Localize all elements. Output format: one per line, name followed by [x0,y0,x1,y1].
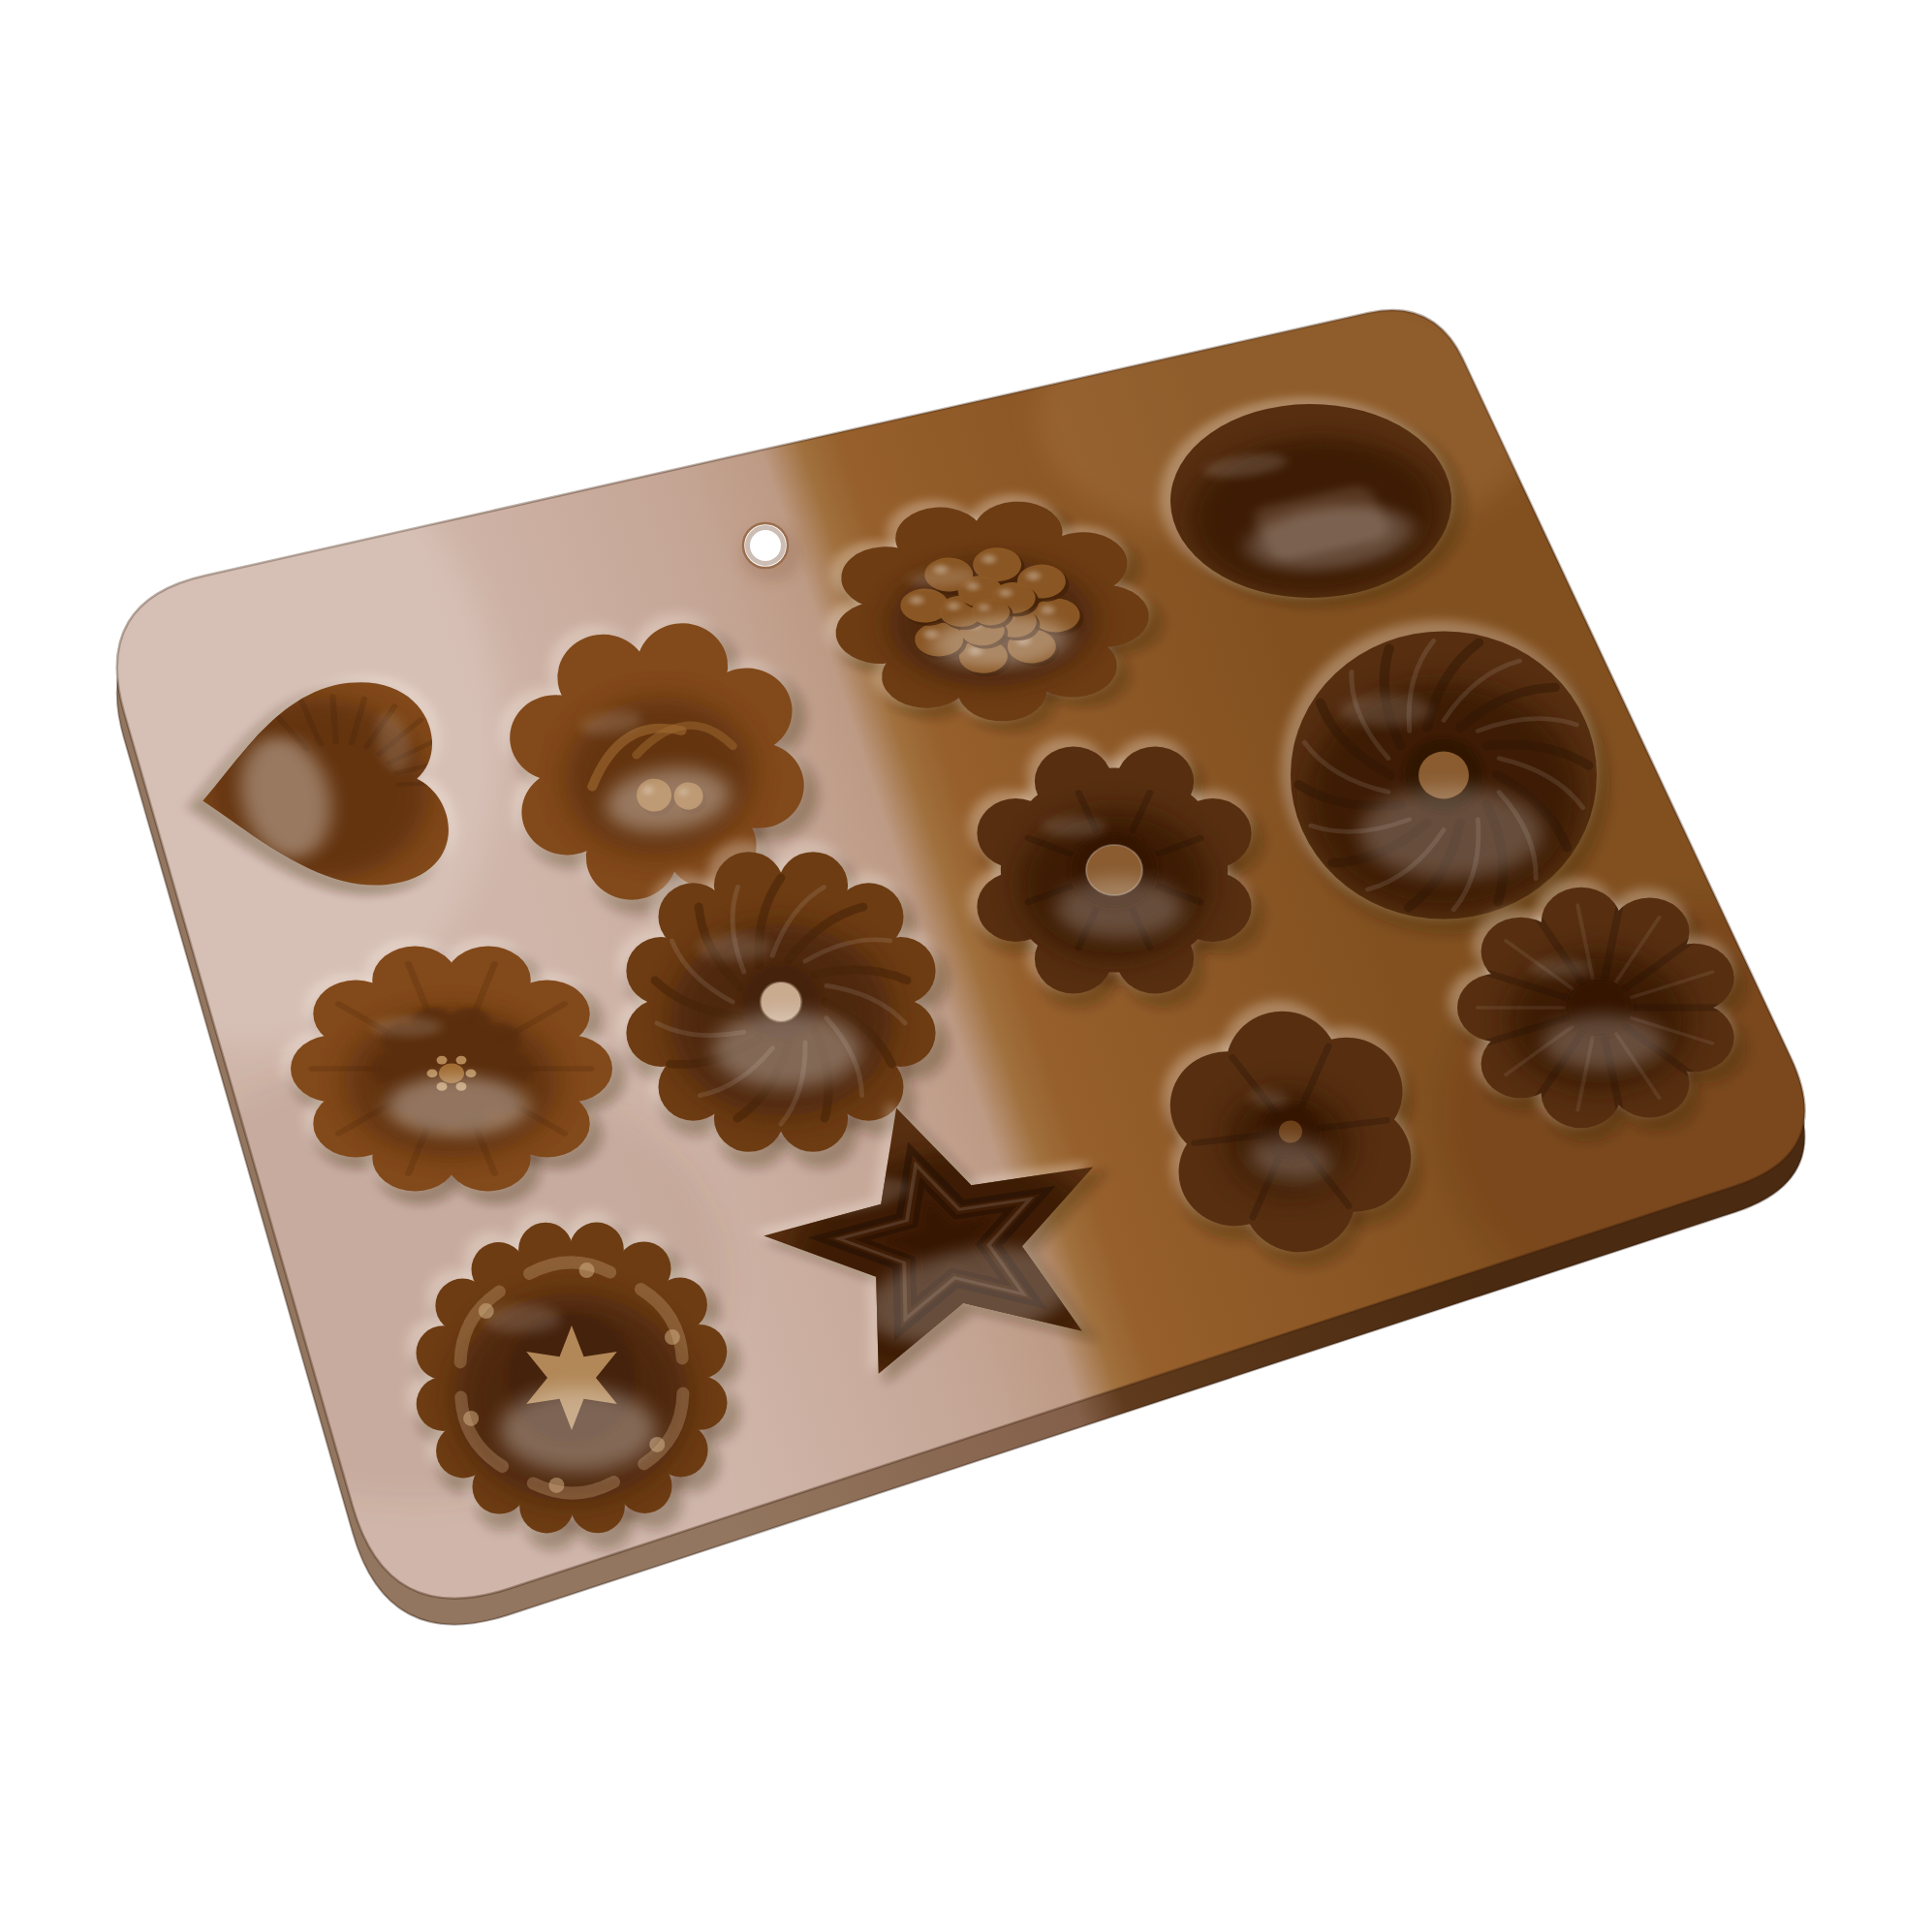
mold-illustration [0,0,1932,1932]
product-photo [0,0,1932,1932]
